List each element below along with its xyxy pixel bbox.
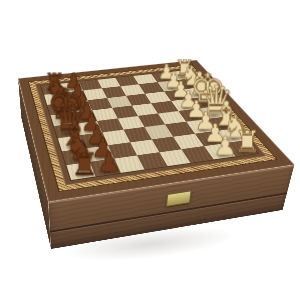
product-photo: ♜♟♟♜♞♟♟♞♝♟♟♝♚♟♟♚♛♟♟♛♝♟♟♝♞♟♟♞♜♟♟♜ bbox=[0, 0, 300, 300]
brass-clasp bbox=[166, 190, 192, 207]
chess-box: ♜♟♟♜♞♟♟♞♝♟♟♝♚♟♟♚♛♟♟♛♝♟♟♝♞♟♟♞♜♟♟♜ bbox=[18, 60, 295, 202]
chess-set-scene: ♜♟♟♜♞♟♟♞♝♟♟♝♚♟♟♚♛♟♟♛♝♟♟♝♞♟♟♞♜♟♟♜ bbox=[0, 0, 300, 300]
white-pawn: ♟ bbox=[214, 133, 237, 159]
black-pawn: ♟ bbox=[97, 149, 121, 176]
black-rook: ♜ bbox=[70, 149, 98, 180]
board-square: ♜ bbox=[66, 162, 96, 180]
board-square bbox=[182, 146, 214, 163]
white-rook: ♜ bbox=[234, 127, 260, 156]
